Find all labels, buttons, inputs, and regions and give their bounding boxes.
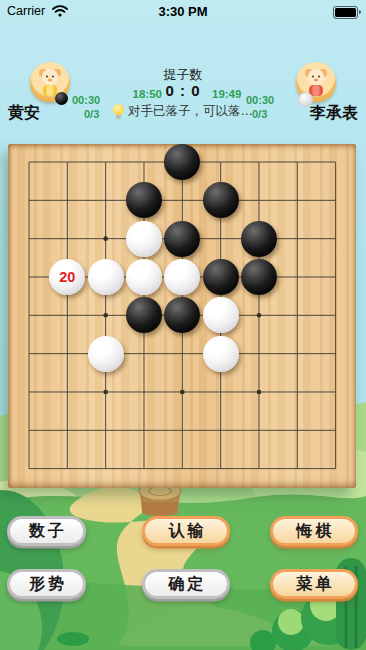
black-stone bbox=[164, 144, 200, 180]
status-bar: Carrier 3:30 PM bbox=[0, 0, 366, 22]
black-stone bbox=[203, 259, 239, 295]
app-screen: Carrier 3:30 PM 黄安 00:30 0/3 bbox=[0, 0, 366, 650]
last-move-number: 20 bbox=[59, 270, 75, 285]
right-player-stone-white-icon bbox=[298, 92, 313, 107]
white-stone bbox=[203, 297, 239, 333]
last-move-stone: 20 bbox=[49, 259, 85, 295]
white-stone bbox=[88, 336, 124, 372]
undo-button[interactable]: 悔棋 bbox=[270, 516, 358, 546]
count-score-button[interactable]: 数子 bbox=[7, 516, 86, 546]
right-main-time: 19:49 bbox=[212, 88, 252, 100]
resign-button[interactable]: 认输 bbox=[142, 516, 230, 546]
clock-label: 3:30 PM bbox=[0, 4, 366, 19]
turn-tip-text: 对手已落子，可以落… bbox=[128, 103, 253, 120]
black-stone bbox=[164, 297, 200, 333]
left-player-stone-black-icon bbox=[55, 92, 68, 105]
white-stone bbox=[88, 259, 124, 295]
black-stone bbox=[126, 182, 162, 218]
left-main-time: 18:50 bbox=[122, 88, 162, 100]
white-stone bbox=[126, 259, 162, 295]
white-stone bbox=[203, 336, 239, 372]
confirm-button[interactable]: 确定 bbox=[142, 569, 230, 599]
lightbulb-icon bbox=[113, 104, 124, 119]
black-stone bbox=[164, 221, 200, 257]
go-board[interactable]: 20 bbox=[8, 144, 356, 488]
white-stone bbox=[164, 259, 200, 295]
territory-button[interactable]: 形势 bbox=[7, 569, 86, 599]
game-header: 黄安 00:30 0/3 李承表 00:30 0/3 提子数 0 : 0 18:… bbox=[0, 22, 366, 144]
turn-tip: 对手已落子，可以落… bbox=[0, 103, 366, 120]
white-stone bbox=[126, 221, 162, 257]
black-stone bbox=[203, 182, 239, 218]
black-stone bbox=[241, 259, 277, 295]
black-stone bbox=[126, 297, 162, 333]
board-intersections[interactable]: 20 bbox=[10, 143, 355, 488]
black-stone bbox=[241, 221, 277, 257]
battery-icon bbox=[333, 6, 358, 19]
menu-button[interactable]: 菜单 bbox=[270, 569, 358, 599]
